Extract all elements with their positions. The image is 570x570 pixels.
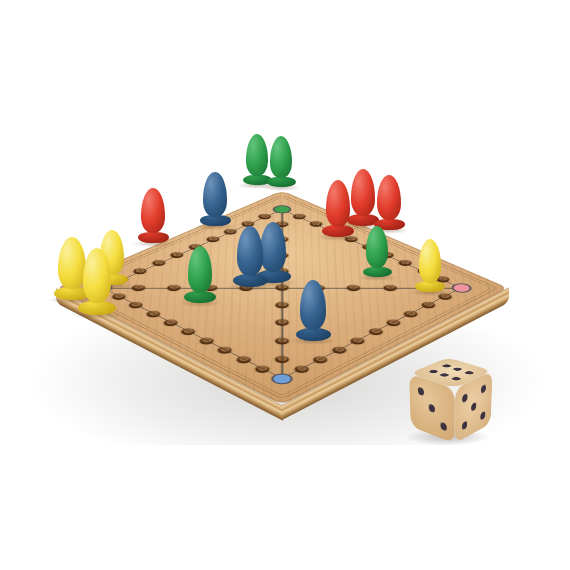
track-hole	[329, 346, 348, 356]
track-hole	[179, 327, 198, 336]
die-pip	[429, 403, 435, 413]
track-hole	[290, 213, 307, 221]
die-pip	[480, 410, 485, 420]
track-hole	[345, 284, 363, 293]
product-photo-stage	[0, 0, 570, 570]
wooden-die[interactable]	[406, 354, 496, 444]
die-pip	[450, 377, 462, 381]
pawn-base	[267, 177, 296, 188]
pawn-head	[326, 180, 350, 227]
track-hole	[401, 309, 420, 318]
track-hole	[396, 259, 414, 267]
die-pip	[440, 421, 446, 431]
track-hole	[127, 301, 146, 310]
track-hole	[273, 301, 292, 310]
track-hole	[197, 336, 216, 345]
pawn-red[interactable]	[138, 188, 169, 244]
pawn-head	[203, 172, 227, 217]
die-pip	[452, 367, 463, 371]
pawn-yellow[interactable]	[415, 239, 445, 293]
pawn-red[interactable]	[374, 175, 405, 231]
pawn-head	[83, 248, 112, 303]
pawn-blue[interactable]	[200, 172, 231, 227]
pawn-base	[78, 301, 116, 315]
track-hole	[273, 318, 292, 327]
track-hole	[256, 213, 273, 221]
pawn-green[interactable]	[267, 136, 296, 188]
pawn-head	[270, 136, 292, 178]
pawn-blue[interactable]	[296, 280, 331, 342]
pawn-head	[351, 169, 375, 216]
pawn-head	[237, 226, 264, 276]
die-pip	[441, 364, 452, 368]
die-pip	[462, 393, 467, 403]
pawn-base	[296, 328, 331, 341]
die-pip	[438, 373, 450, 377]
pawn-head	[366, 226, 388, 268]
pawn-head	[141, 188, 165, 233]
track-hole	[131, 267, 149, 275]
track-hole	[165, 284, 183, 293]
track-hole	[310, 355, 330, 365]
track-hole	[144, 309, 163, 318]
track-hole	[366, 327, 385, 336]
die-cube	[429, 365, 474, 433]
die-pip	[462, 420, 467, 430]
die-pip	[463, 370, 474, 374]
track-hole	[215, 346, 234, 356]
track-hole	[272, 355, 292, 365]
track-hole	[291, 364, 311, 374]
die-pip	[471, 402, 476, 412]
track-hole	[234, 355, 254, 365]
track-hole	[161, 318, 180, 327]
die-pip	[417, 386, 423, 396]
pawn-base	[138, 232, 169, 244]
pawn-head	[419, 239, 442, 283]
pawn-head	[377, 175, 401, 220]
pawn-green[interactable]	[184, 246, 216, 304]
pawn-yellow[interactable]	[78, 248, 116, 316]
track-hole	[419, 301, 438, 310]
pawn-base	[233, 274, 268, 287]
track-hole	[150, 259, 168, 267]
pawn-red[interactable]	[322, 180, 354, 238]
pawn-head	[246, 134, 268, 176]
pawn-base	[363, 267, 392, 278]
pawn-blue[interactable]	[233, 226, 268, 288]
pawn-head	[300, 280, 327, 330]
pawn-green[interactable]	[363, 226, 392, 278]
die-pip	[481, 384, 486, 394]
pawn-base	[200, 215, 231, 227]
pawn-head	[188, 246, 212, 293]
track-hole	[384, 318, 403, 327]
track-hole	[204, 235, 222, 243]
track-hole	[381, 284, 399, 293]
track-hole	[253, 364, 273, 374]
track-hole	[348, 336, 367, 345]
die-pip	[427, 369, 438, 373]
